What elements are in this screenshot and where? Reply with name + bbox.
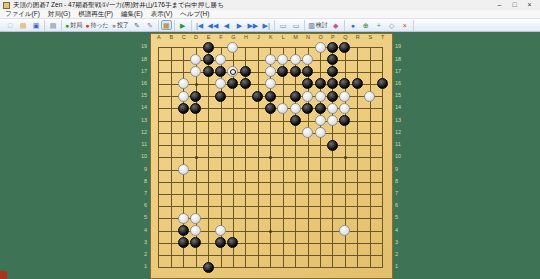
minimize-button[interactable]: – xyxy=(492,0,507,10)
white-stone[interactable] xyxy=(190,213,201,224)
refresh-button[interactable]: ▭ xyxy=(290,20,302,30)
close-x-button[interactable]: × xyxy=(399,20,411,30)
white-stone[interactable] xyxy=(315,42,326,53)
coord-col-label: C xyxy=(180,35,187,41)
grid-hline xyxy=(158,206,383,207)
menu-bar: ファイル(F)対局(G)棋譜再生(P)編集(E)表示(V)ヘルプ(H) xyxy=(0,10,540,19)
toolbar-group: □▤▣ xyxy=(2,20,45,31)
save-icon: ▣ xyxy=(33,22,40,29)
mini-blue-button[interactable]: ● xyxy=(347,20,359,30)
hint-icon: ◆ xyxy=(333,22,338,29)
coord-row-label-right: 19 xyxy=(395,44,408,50)
forward-1-icon: ▶ xyxy=(237,22,242,29)
white-stone[interactable] xyxy=(178,213,189,224)
open-folder-button[interactable]: ▤ xyxy=(17,20,29,30)
toolbar-group: ▭▭ xyxy=(275,20,305,31)
coord-col-label: Q xyxy=(342,35,349,41)
white-stone[interactable] xyxy=(277,103,288,114)
black-stone[interactable] xyxy=(315,103,326,114)
coord-row-label-right: 10 xyxy=(395,154,408,160)
toolbar-group: ●⊕+◇× xyxy=(345,20,414,31)
forward-10-icon: ▶▶ xyxy=(247,22,258,29)
forward-1-button[interactable]: ▶ xyxy=(233,20,245,30)
coord-col-label: G xyxy=(230,35,237,41)
coord-row-label-left: 12 xyxy=(134,130,147,136)
first-move-icon: |◀ xyxy=(196,22,203,29)
white-stone[interactable] xyxy=(315,91,326,102)
white-stone[interactable] xyxy=(327,103,338,114)
marker-pen-icon: ✎ xyxy=(147,22,153,29)
coord-row-label-left: 4 xyxy=(134,228,147,234)
white-stone[interactable] xyxy=(178,164,189,175)
start-game-label: 対局 xyxy=(70,22,82,28)
coord-row-label-right: 14 xyxy=(395,105,408,111)
coord-col-label: N xyxy=(305,35,312,41)
back-1-button[interactable]: ◀ xyxy=(220,20,232,30)
white-stone[interactable] xyxy=(315,127,326,138)
app-icon xyxy=(3,2,10,9)
black-stone[interactable] xyxy=(203,42,214,53)
coord-row-label-right: 13 xyxy=(395,118,408,124)
menu-item-help[interactable]: ヘルプ(H) xyxy=(180,11,209,18)
white-stone[interactable] xyxy=(178,91,189,102)
black-stone[interactable] xyxy=(315,78,326,89)
swap-window-button[interactable]: ▭ xyxy=(277,20,289,30)
coord-row-label-right: 8 xyxy=(395,179,408,185)
analyze-button[interactable]: ▥検討 xyxy=(307,20,329,30)
grid-vline xyxy=(370,47,371,267)
undo-move-button[interactable]: ●待った xyxy=(84,20,110,30)
back-10-icon: ◀◀ xyxy=(208,22,219,29)
coord-row-label-right: 15 xyxy=(395,93,408,99)
coord-row-label-right: 2 xyxy=(395,252,408,258)
toolbar-group: ▤ xyxy=(45,20,62,31)
coord-col-label: R xyxy=(354,35,361,41)
coord-row-label-right: 1 xyxy=(395,264,408,270)
maximize-button[interactable]: □ xyxy=(507,0,522,10)
coord-col-label: K xyxy=(267,35,274,41)
coord-row-label-right: 16 xyxy=(395,81,408,87)
toolbar-group: ▥検討◆ xyxy=(305,20,345,31)
back-1-icon: ◀ xyxy=(224,22,229,29)
black-stone[interactable] xyxy=(178,237,189,248)
swap-window-icon: ▭ xyxy=(280,22,287,29)
refresh-icon: ▭ xyxy=(293,22,300,29)
coord-row-label-left: 6 xyxy=(134,203,147,209)
hint-button[interactable]: ◆ xyxy=(330,20,342,30)
white-stone[interactable] xyxy=(327,115,338,126)
coord-row-label-left: 7 xyxy=(134,191,147,197)
grid-hline xyxy=(158,267,383,268)
open-folder-icon: ▤ xyxy=(20,22,27,29)
coord-row-label-right: 4 xyxy=(395,228,408,234)
coord-col-label: P xyxy=(329,35,336,41)
last-move-button[interactable]: ▶| xyxy=(260,20,272,30)
grid-hline xyxy=(158,194,383,195)
grid-vline xyxy=(283,47,284,267)
black-stone[interactable] xyxy=(290,91,301,102)
white-stone[interactable] xyxy=(290,54,301,65)
coord-col-label: T xyxy=(379,35,386,41)
first-move-button[interactable]: |◀ xyxy=(194,20,206,30)
black-stone[interactable] xyxy=(190,91,201,102)
star-point xyxy=(269,230,272,233)
menu-item-replay[interactable]: 棋譜再生(P) xyxy=(78,11,113,18)
toolbar-group: ▶ xyxy=(175,20,192,31)
black-stone[interactable] xyxy=(190,103,201,114)
coord-row-label-right: 6 xyxy=(395,203,408,209)
coord-row-label-left: 19 xyxy=(134,44,147,50)
black-stone[interactable] xyxy=(265,91,276,102)
coord-col-label: A xyxy=(155,35,162,41)
black-stone[interactable] xyxy=(252,91,263,102)
toolbar: □▤▣▤●対局●待った●投了✎✎▦▶|◀◀◀◀▶▶▶▶|▭▭▥検討◆●⊕+◇× xyxy=(0,19,540,32)
coord-row-label-left: 16 xyxy=(134,81,147,87)
title-bar: 天頂の囲碁7 Zen - 47期碁聖戦①/一力(黒)対井山/176手まで白中押し… xyxy=(0,0,540,10)
white-stone[interactable] xyxy=(364,91,375,102)
white-stone[interactable] xyxy=(302,91,313,102)
white-stone[interactable] xyxy=(290,103,301,114)
coord-row-label-left: 5 xyxy=(134,215,147,221)
coord-row-label-right: 17 xyxy=(395,69,408,75)
start-game-button[interactable]: ●対局 xyxy=(64,20,83,30)
play-button[interactable]: ▶ xyxy=(177,20,189,30)
black-stone[interactable] xyxy=(290,115,301,126)
analyze-label: 検討 xyxy=(316,22,328,28)
coord-row-label-right: 18 xyxy=(395,57,408,63)
coord-row-label-left: 2 xyxy=(134,252,147,258)
white-stone[interactable] xyxy=(215,54,226,65)
black-stone[interactable] xyxy=(327,54,338,65)
toolbar-group: ▦ xyxy=(159,20,175,31)
coord-row-label-left: 8 xyxy=(134,179,147,185)
board-background: ABCDEFGHJKLMNOPQRST191918181717161615151… xyxy=(0,32,540,279)
menu-item-view[interactable]: 表示(V) xyxy=(151,11,173,18)
star-point xyxy=(195,83,198,86)
board-window-icon: ▦ xyxy=(163,22,170,29)
coord-row-label-left: 11 xyxy=(134,142,147,148)
play-icon: ▶ xyxy=(180,22,185,29)
black-stone[interactable] xyxy=(327,91,338,102)
black-stone[interactable] xyxy=(265,103,276,114)
mini-globe-icon: ⊕ xyxy=(363,22,369,29)
resign-icon: ● xyxy=(112,22,116,29)
white-stone[interactable] xyxy=(315,115,326,126)
mini-diamond-icon: ◇ xyxy=(389,22,394,29)
menu-item-file[interactable]: ファイル(F) xyxy=(5,11,40,18)
coord-col-label: E xyxy=(205,35,212,41)
undo-move-icon: ● xyxy=(85,22,89,29)
coord-row-label-right: 9 xyxy=(395,167,408,173)
black-stone[interactable] xyxy=(327,42,338,53)
close-button[interactable]: × xyxy=(522,0,537,10)
last-move-icon: ▶| xyxy=(263,22,270,29)
black-stone[interactable] xyxy=(178,103,189,114)
last-move-marker xyxy=(230,69,236,75)
window-controls: – □ × xyxy=(492,0,537,10)
marker-pen-button[interactable]: ✎ xyxy=(144,20,156,30)
coord-col-label: D xyxy=(193,35,200,41)
window-title: 天頂の囲碁7 Zen - 47期碁聖戦①/一力(黒)対井山/176手まで白中押し… xyxy=(13,2,489,9)
black-stone[interactable] xyxy=(178,225,189,236)
grid-vline xyxy=(295,47,296,267)
toolbar-group: |◀◀◀◀▶▶▶▶| xyxy=(192,20,276,31)
coord-row-label-left: 15 xyxy=(134,93,147,99)
black-stone[interactable] xyxy=(203,54,214,65)
back-10-button[interactable]: ◀◀ xyxy=(207,20,220,30)
mini-plus-icon: + xyxy=(377,22,381,29)
mini-globe-button[interactable]: ⊕ xyxy=(360,20,372,30)
forward-10-button[interactable]: ▶▶ xyxy=(246,20,259,30)
white-stone[interactable] xyxy=(265,54,276,65)
pen-button[interactable]: ✎ xyxy=(131,20,143,30)
mini-plus-button[interactable]: + xyxy=(373,20,385,30)
new-file-icon: □ xyxy=(8,22,12,29)
screen-fragment-red xyxy=(0,271,7,279)
black-stone[interactable] xyxy=(327,140,338,151)
coord-row-label-left: 18 xyxy=(134,57,147,63)
coord-row-label-right: 11 xyxy=(395,142,408,148)
coord-col-label: B xyxy=(168,35,175,41)
black-stone[interactable] xyxy=(215,91,226,102)
new-file-button[interactable]: □ xyxy=(4,20,16,30)
app-window: 天頂の囲碁7 Zen - 47期碁聖戦①/一力(黒)対井山/176手まで白中押し… xyxy=(0,0,540,279)
menu-item-game[interactable]: 対局(G) xyxy=(48,11,70,18)
coord-col-label: J xyxy=(255,35,262,41)
grid-hline xyxy=(158,182,383,183)
coord-row-label-left: 13 xyxy=(134,118,147,124)
black-stone[interactable] xyxy=(290,66,301,77)
pen-icon: ✎ xyxy=(134,22,140,29)
coord-row-label-left: 17 xyxy=(134,69,147,75)
start-game-icon: ● xyxy=(65,22,69,29)
resign-label: 投了 xyxy=(117,22,129,28)
grid-hline xyxy=(158,255,383,256)
grid-hline xyxy=(158,170,383,171)
coord-col-label: O xyxy=(317,35,324,41)
coord-row-label-left: 14 xyxy=(134,105,147,111)
coord-row-label-right: 3 xyxy=(395,240,408,246)
menu-item-edit[interactable]: 編集(E) xyxy=(121,11,143,18)
mini-blue-icon: ● xyxy=(351,22,355,29)
toolbar-group: ●対局●待った●投了✎✎ xyxy=(62,20,159,31)
print-button[interactable]: ▤ xyxy=(47,20,59,30)
coord-row-label-left: 3 xyxy=(134,240,147,246)
coord-row-label-right: 5 xyxy=(395,215,408,221)
close-x-icon: × xyxy=(403,22,407,29)
undo-move-label: 待った xyxy=(90,22,108,28)
mini-diamond-button[interactable]: ◇ xyxy=(386,20,398,30)
coord-col-label: M xyxy=(292,35,299,41)
coord-row-label-left: 9 xyxy=(134,167,147,173)
resign-button[interactable]: ●投了 xyxy=(111,20,130,30)
coord-col-label: L xyxy=(280,35,287,41)
coord-row-label-right: 12 xyxy=(395,130,408,136)
print-icon: ▤ xyxy=(50,22,57,29)
analyze-icon: ▥ xyxy=(308,22,315,29)
save-button[interactable]: ▣ xyxy=(30,20,42,30)
star-point xyxy=(195,156,198,159)
white-stone[interactable] xyxy=(265,66,276,77)
coord-row-label-left: 1 xyxy=(134,264,147,270)
coord-row-label-left: 10 xyxy=(134,154,147,160)
coord-col-label: H xyxy=(242,35,249,41)
coord-col-label: S xyxy=(367,35,374,41)
coord-col-label: F xyxy=(218,35,225,41)
black-stone[interactable] xyxy=(203,66,214,77)
black-stone[interactable] xyxy=(302,103,313,114)
black-stone[interactable] xyxy=(203,262,214,273)
coord-row-label-right: 7 xyxy=(395,191,408,197)
board-window-button[interactable]: ▦ xyxy=(161,20,172,30)
